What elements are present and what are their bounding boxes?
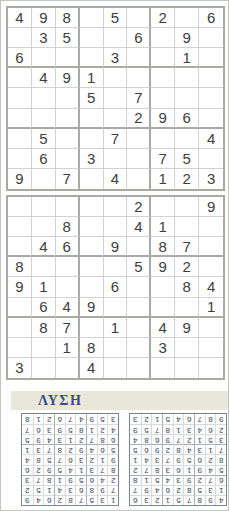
solution-right-cell-r3c5: 3 (173, 475, 184, 485)
sudoku-top-cell-r5c9[interactable] (199, 88, 223, 108)
solution-right-cell-r9c2: 8 (205, 414, 216, 424)
sudoku-top-cell-r3c9[interactable] (199, 48, 223, 68)
sudoku-bottom-cell-r3c1[interactable] (8, 237, 32, 257)
solution-left-cell-r7c7: 4 (43, 434, 54, 444)
solution-right-cell-r9c5: 4 (173, 414, 184, 424)
solution-left-cell-r2c5: 3 (65, 485, 76, 495)
solution-right-cell-r5c1: 8 (215, 454, 226, 464)
solution-left-cell-r3c7: 8 (43, 475, 54, 485)
sudoku-top-cell-r2c4[interactable] (80, 28, 104, 48)
sudoku-bottom-cell-r5c1: 9 (8, 277, 32, 297)
solution-right-cell-r1c3: 8 (194, 495, 205, 505)
solution-left-cell-r3c2: 4 (97, 475, 108, 485)
sudoku-bottom-cell-r2c9[interactable] (199, 217, 223, 237)
solution-left-cell-r5c9: 4 (22, 454, 33, 464)
solution-right-cell-r1c1: 4 (215, 495, 226, 505)
sudoku-top-cell-r3c3[interactable] (56, 48, 80, 68)
solution-right-cell-r1c8: 3 (141, 495, 152, 505)
sudoku-top-cell-r1c1: 4 (8, 8, 32, 28)
sudoku-top-cell-r5c6: 7 (127, 88, 151, 108)
sudoku-bottom-cell-r1c1[interactable] (8, 197, 32, 217)
solution-right-cell-r1c5: 5 (173, 495, 184, 505)
solution-right-cell-r3c6: 4 (162, 475, 173, 485)
sudoku-bottom-cell-r6c3: 4 (56, 298, 80, 318)
solution-left-cell-r9c8: 1 (33, 414, 44, 424)
solution-left-cell-r3c8: 7 (33, 475, 44, 485)
sudoku-top-cell-r7c8[interactable] (175, 129, 199, 149)
sudoku-top-cell-r3c1: 6 (8, 48, 32, 68)
sudoku-bottom-cell-r4c1: 8 (8, 257, 32, 277)
solution-left-cell-r9c4: 4 (75, 414, 86, 424)
sudoku-top-cell-r5c5[interactable] (104, 88, 128, 108)
sudoku-grid-top: 4985263569631491572965746375974123 (6, 6, 225, 191)
solution-right-cell-r9c8: 2 (141, 414, 152, 424)
solution-left-cell-r9c7: 2 (43, 414, 54, 424)
solution-left-cell-r4c9: 6 (22, 465, 33, 475)
sudoku-bottom-cell-r5c9: 4 (199, 277, 223, 297)
solution-right-cell-r3c2: 7 (205, 475, 216, 485)
sudoku-bottom-cell-r9c1: 3 (8, 358, 32, 378)
sudoku-bottom-cell-r1c8[interactable] (175, 197, 199, 217)
solution-left-cell-r1c1: 1 (107, 495, 118, 505)
sudoku-top-cell-r6c2[interactable] (32, 109, 56, 129)
sudoku-top-cell-r4c3: 9 (56, 68, 80, 88)
solution-right-cell-r3c3: 2 (194, 475, 205, 485)
solution-left-cell-r1c7: 6 (43, 495, 54, 505)
solution-right-cell-r5c4: 5 (183, 454, 194, 464)
sudoku-top-cell-r4c8[interactable] (175, 68, 199, 88)
solution-left-cell-r2c7: 1 (43, 485, 54, 495)
solution-left-cell-r8c2: 2 (97, 424, 108, 434)
sudoku-top-cell-r8c7: 7 (151, 149, 175, 169)
sudoku-bottom-cell-r9c7[interactable] (151, 358, 175, 378)
solution-heading: ΛΥΣΗ (11, 393, 82, 409)
solution-right-cell-r9c6: 5 (162, 414, 173, 424)
solution-right-cell-r3c8: 1 (141, 475, 152, 485)
sudoku-bottom-cell-r3c9[interactable] (199, 237, 223, 257)
solution-right-cell-r1c4: 7 (183, 495, 194, 505)
sudoku-top-cell-r6c5[interactable] (104, 109, 128, 129)
sudoku-bottom-cell-r3c2: 4 (32, 237, 56, 257)
solution-right-cell-r7c9: 4 (130, 434, 141, 444)
sudoku-bottom-cell-r6c7[interactable] (151, 298, 175, 318)
sudoku-top-cell-r2c6: 6 (127, 28, 151, 48)
solution-right-cell-r4c1: 5 (215, 465, 226, 475)
sudoku-top-cell-r8c5[interactable] (104, 149, 128, 169)
sudoku-top-cell-r6c7: 9 (151, 109, 175, 129)
sudoku-top-cell-r3c6[interactable] (127, 48, 151, 68)
solution-right-cell-r4c2: 4 (205, 465, 216, 475)
solution-left-cell-r6c6: 8 (54, 444, 65, 454)
sudoku-bottom-cell-r7c8: 9 (175, 318, 199, 338)
sudoku-top-cell-r5c8[interactable] (175, 88, 199, 108)
sudoku-top-cell-r3c7[interactable] (151, 48, 175, 68)
solution-left-cell-r2c9: 2 (22, 485, 33, 495)
sudoku-bottom-cell-r6c4: 9 (80, 298, 104, 318)
sudoku-top-cell-r3c8: 1 (175, 48, 199, 68)
solution-left-cell-r2c2: 9 (97, 485, 108, 495)
sudoku-bottom-cell-r5c7[interactable] (151, 277, 175, 297)
solution-left-cell-r4c3: 3 (86, 465, 97, 475)
solution-right-cell-r7c2: 5 (205, 434, 216, 444)
solution-left-cell-r3c4: 5 (75, 475, 86, 485)
sudoku-bottom-cell-r8c9[interactable] (199, 338, 223, 358)
sudoku-bottom-cell-r2c5[interactable] (104, 217, 128, 237)
sudoku-bottom-cell-r6c2: 6 (32, 298, 56, 318)
solution-right-cell-r9c7: 1 (151, 414, 162, 424)
solution-left-cell-r2c6: 4 (54, 485, 65, 495)
solution-grid-right: 4987512361358264976729345185491638728265… (129, 413, 227, 506)
sudoku-top-cell-r1c5: 5 (104, 8, 128, 28)
sudoku-top-cell-r9c3: 7 (56, 169, 80, 189)
sudoku-top-cell-r4c2: 4 (32, 68, 56, 88)
solution-right-cell-r3c9: 8 (130, 475, 141, 485)
sudoku-top-cell-r4c5[interactable] (104, 68, 128, 88)
solution-left-cell-r2c4: 6 (75, 485, 86, 495)
sudoku-top-cell-r9c2[interactable] (32, 169, 56, 189)
solution-left-cell-r7c5: 1 (65, 434, 76, 444)
sudoku-top-cell-r1c4[interactable] (80, 8, 104, 28)
sudoku-bottom-cell-r2c1[interactable] (8, 217, 32, 237)
solution-left-cell-r6c1: 5 (107, 444, 118, 454)
solution-left-cell-r4c5: 4 (65, 465, 76, 475)
sudoku-bottom-cell-r8c5[interactable] (104, 338, 128, 358)
solution-right-cell-r4c5: 6 (173, 465, 184, 475)
solution-right-cell-r6c1: 7 (215, 444, 226, 454)
solution-right-cell-r3c1: 6 (215, 475, 226, 485)
sudoku-top-cell-r2c8: 9 (175, 28, 199, 48)
solution-right-cell-r5c6: 7 (162, 454, 173, 464)
sudoku-top-cell-r5c4: 5 (80, 88, 104, 108)
sudoku-bottom-cell-r8c3: 1 (56, 338, 80, 358)
solution-right-cell-r2c4: 8 (183, 485, 194, 495)
solution-left-cell-r9c6: 6 (54, 414, 65, 424)
solution-left-cell-r3c3: 6 (86, 475, 97, 485)
sudoku-top-cell-r9c7: 1 (151, 169, 175, 189)
sudoku-top-cell-r2c3: 5 (56, 28, 80, 48)
sudoku-bottom-cell-r4c5[interactable] (104, 257, 128, 277)
sudoku-bottom-cell-r5c3[interactable] (56, 277, 80, 297)
solution-right-cell-r7c5: 7 (173, 434, 184, 444)
sudoku-bottom-cell-r7c4[interactable] (80, 318, 104, 338)
solution-left-cell-r9c1: 3 (107, 414, 118, 424)
sudoku-bottom-cell-r6c5[interactable] (104, 298, 128, 318)
sudoku-top-cell-r6c4[interactable] (80, 109, 104, 129)
solution-right-cell-r7c1: 3 (215, 434, 226, 444)
solution-left-cell-r8c4: 8 (75, 424, 86, 434)
solution-left-cell-r4c7: 9 (43, 465, 54, 475)
solution-left-cell-r9c3: 9 (86, 414, 97, 424)
sudoku-top-cell-r7c2: 5 (32, 129, 56, 149)
sudoku-bottom-cell-r3c5: 9 (104, 237, 128, 257)
sudoku-top-cell-r7c4[interactable] (80, 129, 104, 149)
sudoku-bottom-cell-r2c8[interactable] (175, 217, 199, 237)
solution-right-cell-r6c6: 2 (162, 444, 173, 454)
sudoku-bottom-cell-r3c4[interactable] (80, 237, 104, 257)
sudoku-bottom-cell-r9c6[interactable] (127, 358, 151, 378)
sudoku-top-cell-r1c9: 6 (199, 8, 223, 28)
sudoku-top-cell-r9c6[interactable] (127, 169, 151, 189)
sudoku-top-cell-r6c1[interactable] (8, 109, 32, 129)
solution-right-cell-r8c7: 7 (151, 424, 162, 434)
solution-left-cell-r2c8: 5 (33, 485, 44, 495)
solution-right-cell-r8c5: 1 (173, 424, 184, 434)
solution-left-cell-r5c7: 5 (43, 454, 54, 464)
sudoku-top-cell-r3c5: 3 (104, 48, 128, 68)
solution-left-cell-r7c3: 7 (86, 434, 97, 444)
sudoku-bottom-cell-r9c4: 4 (80, 358, 104, 378)
solution-left-cell-r8c7: 3 (43, 424, 54, 434)
sudoku-bottom-cell-r2c7: 1 (151, 217, 175, 237)
sudoku-top-cell-r7c9: 4 (199, 129, 223, 149)
solution-left-cell-r3c1: 2 (107, 475, 118, 485)
sudoku-top-cell-r7c1[interactable] (8, 129, 32, 149)
solution-left-cell-r6c3: 4 (86, 444, 97, 454)
sudoku-top-cell-r4c1[interactable] (8, 68, 32, 88)
sudoku-bottom-cell-r7c7: 4 (151, 318, 175, 338)
solution-left-cell-r4c1: 8 (107, 465, 118, 475)
solution-right-cell-r2c6: 6 (162, 485, 173, 495)
sudoku-top-cell-r8c3[interactable] (56, 149, 80, 169)
sudoku-bottom-cell-r4c6: 5 (127, 257, 151, 277)
solution-right-cell-r1c6: 1 (162, 495, 173, 505)
solution-left-cell-r1c2: 3 (97, 495, 108, 505)
solution-right-cell-r1c9: 6 (130, 495, 141, 505)
sudoku-top-cell-r7c7[interactable] (151, 129, 175, 149)
solution-left-cell-r6c7: 7 (43, 444, 54, 454)
sudoku-top-cell-r6c9[interactable] (199, 109, 223, 129)
solution-left-cell-r5c2: 1 (97, 454, 108, 464)
solution-left-cell-r8c6: 9 (54, 424, 65, 434)
solution-right-cell-r2c7: 4 (151, 485, 162, 495)
sudoku-top-cell-r8c2: 6 (32, 149, 56, 169)
sudoku-top-cell-r1c8[interactable] (175, 8, 199, 28)
solution-left-cell-r1c3: 5 (86, 495, 97, 505)
solution-left-cell-r3c9: 3 (22, 475, 33, 485)
sudoku-top-cell-r8c8: 5 (175, 149, 199, 169)
sudoku-grid-bottom: 298414698785929168464918714918334 (6, 195, 225, 380)
solution-left-cell-r2c1: 7 (107, 485, 118, 495)
sudoku-top-cell-r3c2[interactable] (32, 48, 56, 68)
solution-left-cell-r9c9: 8 (22, 414, 33, 424)
solution-left-cell-r8c9: 7 (22, 424, 33, 434)
solution-left-cell-r4c8: 2 (33, 465, 44, 475)
solution-left-cell-r3c5: 9 (65, 475, 76, 485)
solution-right-cell-r7c8: 8 (141, 434, 152, 444)
sudoku-top-cell-r1c2: 9 (32, 8, 56, 28)
sudoku-bottom-cell-r6c6[interactable] (127, 298, 151, 318)
solution-left-cell-r8c1: 4 (107, 424, 118, 434)
solution-left-cell-r5c3: 2 (86, 454, 97, 464)
solution-left-cell-r4c6: 5 (54, 465, 65, 475)
sudoku-top-cell-r8c4: 3 (80, 149, 104, 169)
solution-left-cell-r2c3: 8 (86, 485, 97, 495)
solution-heading-band: ΛΥΣΗ (11, 391, 229, 410)
sudoku-top-cell-r2c5[interactable] (104, 28, 128, 48)
sudoku-top-cell-r9c8: 2 (175, 169, 199, 189)
solution-left-cell-r5c1: 9 (107, 454, 118, 464)
sudoku-top-cell-r9c5: 4 (104, 169, 128, 189)
sudoku-bottom-cell-r5c4[interactable] (80, 277, 104, 297)
sudoku-bottom-cell-r2c3: 8 (56, 217, 80, 237)
sudoku-bottom-cell-r6c1[interactable] (8, 298, 32, 318)
sudoku-bottom-cell-r6c8[interactable] (175, 298, 199, 318)
sudoku-top-cell-r1c6[interactable] (127, 8, 151, 28)
sudoku-top-cell-r2c2: 3 (32, 28, 56, 48)
sudoku-top-cell-r4c7[interactable] (151, 68, 175, 88)
sudoku-top-cell-r8c9[interactable] (199, 149, 223, 169)
solution-left-cell-r9c5: 7 (65, 414, 76, 424)
sudoku-top-cell-r9c9: 3 (199, 169, 223, 189)
sudoku-top-cell-r8c1[interactable] (8, 149, 32, 169)
sudoku-bottom-cell-r5c2: 1 (32, 277, 56, 297)
solution-left-cell-r1c5: 8 (65, 495, 76, 505)
solution-right-cell-r6c3: 3 (194, 444, 205, 454)
sudoku-bottom-cell-r1c2[interactable] (32, 197, 56, 217)
solution-right-cell-r8c1: 2 (215, 424, 226, 434)
solution-right-cell-r2c1: 1 (215, 485, 226, 495)
sudoku-bottom-cell-r7c5: 1 (104, 318, 128, 338)
sudoku-top-cell-r4c9[interactable] (199, 68, 223, 88)
solution-right-cell-r6c9: 5 (130, 444, 141, 454)
solution-right-cell-r8c3: 4 (194, 424, 205, 434)
solution-left-cell-r4c4: 1 (75, 465, 86, 475)
sudoku-bottom-cell-r8c2[interactable] (32, 338, 56, 358)
sudoku-bottom-cell-r9c5[interactable] (104, 358, 128, 378)
solution-left-cell-r5c6: 7 (54, 454, 65, 464)
sudoku-bottom-cell-r7c6[interactable] (127, 318, 151, 338)
solution-left-cell-r6c4: 9 (75, 444, 86, 454)
sudoku-top-cell-r1c7: 2 (151, 8, 175, 28)
sudoku-top-cell-r5c2[interactable] (32, 88, 56, 108)
sudoku-bottom-cell-r3c6[interactable] (127, 237, 151, 257)
solution-left-cell-r6c9: 1 (22, 444, 33, 454)
solution-left-cell-r8c8: 6 (33, 424, 44, 434)
solution-right-cell-r3c4: 9 (183, 475, 194, 485)
sudoku-bottom-cell-r1c4[interactable] (80, 197, 104, 217)
solution-right-cell-r6c8: 6 (141, 444, 152, 454)
solution-right-cell-r1c7: 2 (151, 495, 162, 505)
solution-right-cell-r6c5: 8 (173, 444, 184, 454)
sudoku-bottom-cell-r4c9[interactable] (199, 257, 223, 277)
solution-left-cell-r7c6: 3 (54, 434, 65, 444)
solution-left-cell-r3c6: 1 (54, 475, 65, 485)
sudoku-bottom-cell-r7c1[interactable] (8, 318, 32, 338)
solution-grid-left: 1357826497986341522465918738731459269123… (21, 413, 119, 506)
sudoku-bottom-cell-r7c9[interactable] (199, 318, 223, 338)
sudoku-bottom-cell-r9c2[interactable] (32, 358, 56, 378)
sudoku-top-cell-r2c7[interactable] (151, 28, 175, 48)
sudoku-bottom-cell-r5c6[interactable] (127, 277, 151, 297)
solution-left-cell-r5c5: 6 (65, 454, 76, 464)
solution-right-cell-r2c2: 3 (205, 485, 216, 495)
sudoku-top-cell-r6c6: 2 (127, 109, 151, 129)
sudoku-bottom-cell-r4c4[interactable] (80, 257, 104, 277)
sudoku-top-cell-r9c4[interactable] (80, 169, 104, 189)
solution-right-cell-r9c4: 6 (183, 414, 194, 424)
sudoku-bottom-cell-r9c8[interactable] (175, 358, 199, 378)
sudoku-top-cell-r2c1[interactable] (8, 28, 32, 48)
sudoku-top-cell-r6c3[interactable] (56, 109, 80, 129)
sudoku-top-cell-r5c7[interactable] (151, 88, 175, 108)
sudoku-bottom-cell-r9c3[interactable] (56, 358, 80, 378)
solution-left-cell-r5c8: 8 (33, 454, 44, 464)
sudoku-top-cell-r7c3[interactable] (56, 129, 80, 149)
solution-left-cell-r7c9: 5 (22, 434, 33, 444)
solution-left-cell-r6c5: 2 (65, 444, 76, 454)
solution-left-cell-r7c2: 8 (97, 434, 108, 444)
sudoku-bottom-cell-r8c1[interactable] (8, 338, 32, 358)
solution-right-cell-r7c3: 1 (194, 434, 205, 444)
solution-right-cell-r5c7: 3 (151, 454, 162, 464)
solution-right-cell-r7c7: 6 (151, 434, 162, 444)
sudoku-top-cell-r4c6[interactable] (127, 68, 151, 88)
solution-left-cell-r1c9: 9 (22, 495, 33, 505)
solution-right-cell-r9c3: 7 (194, 414, 205, 424)
sudoku-top-cell-r2c9[interactable] (199, 28, 223, 48)
sudoku-top-cell-r3c4[interactable] (80, 48, 104, 68)
sudoku-bottom-cell-r9c9[interactable] (199, 358, 223, 378)
sudoku-bottom-cell-r8c4: 8 (80, 338, 104, 358)
sudoku-top-cell-r7c6[interactable] (127, 129, 151, 149)
solution-left-cell-r8c5: 5 (65, 424, 76, 434)
solution-right-cell-r2c9: 7 (130, 485, 141, 495)
sudoku-top-cell-r1c3: 8 (56, 8, 80, 28)
sudoku-bottom-cell-r4c2[interactable] (32, 257, 56, 277)
solution-right-cell-r3c7: 5 (151, 475, 162, 485)
sudoku-bottom-cell-r6c9: 1 (199, 298, 223, 318)
solution-right-cell-r9c9: 3 (130, 414, 141, 424)
solution-left-cell-r1c6: 2 (54, 495, 65, 505)
sudoku-bottom-cell-r4c3[interactable] (56, 257, 80, 277)
sudoku-bottom-cell-r8c8[interactable] (175, 338, 199, 358)
sudoku-bottom-cell-r1c5[interactable] (104, 197, 128, 217)
solution-right-cell-r5c9: 1 (130, 454, 141, 464)
sudoku-bottom-cell-r7c3: 7 (56, 318, 80, 338)
solution-left-cell-r8c3: 1 (86, 424, 97, 434)
sudoku-bottom-cell-r7c2: 8 (32, 318, 56, 338)
sudoku-top-cell-r5c3[interactable] (56, 88, 80, 108)
solution-right-cell-r8c4: 3 (183, 424, 194, 434)
sudoku-bottom-cell-r2c2[interactable] (32, 217, 56, 237)
sudoku-bottom-cell-r1c3[interactable] (56, 197, 80, 217)
solution-right-cell-r7c6: 9 (162, 434, 173, 444)
solution-right-cell-r5c8: 4 (141, 454, 152, 464)
solution-left-cell-r9c2: 5 (97, 414, 108, 424)
sudoku-top-cell-r4c4: 1 (80, 68, 104, 88)
solution-right-cell-r4c3: 9 (194, 465, 205, 475)
solution-right-cell-r8c8: 5 (141, 424, 152, 434)
sudoku-top-cell-r8c6[interactable] (127, 149, 151, 169)
sudoku-top-cell-r5c1[interactable] (8, 88, 32, 108)
sudoku-top-cell-r9c1: 9 (8, 169, 32, 189)
solution-left-cell-r6c8: 3 (33, 444, 44, 454)
sudoku-bottom-cell-r3c7: 8 (151, 237, 175, 257)
solution-right-cell-r6c2: 1 (205, 444, 216, 454)
solution-left-cell-r7c8: 9 (33, 434, 44, 444)
sudoku-bottom-cell-r1c6: 2 (127, 197, 151, 217)
sudoku-bottom-cell-r8c6[interactable] (127, 338, 151, 358)
solution-right-cell-r7c4: 2 (183, 434, 194, 444)
sudoku-top-cell-r6c8: 6 (175, 109, 199, 129)
sudoku-bottom-cell-r2c4[interactable] (80, 217, 104, 237)
sudoku-bottom-cell-r2c6: 4 (127, 217, 151, 237)
solution-right-cell-r6c7: 9 (151, 444, 162, 454)
solution-right-cell-r8c9: 9 (130, 424, 141, 434)
solution-left-cell-r1c8: 4 (33, 495, 44, 505)
solution-right-cell-r4c4: 1 (183, 465, 194, 475)
sudoku-bottom-cell-r1c7[interactable] (151, 197, 175, 217)
